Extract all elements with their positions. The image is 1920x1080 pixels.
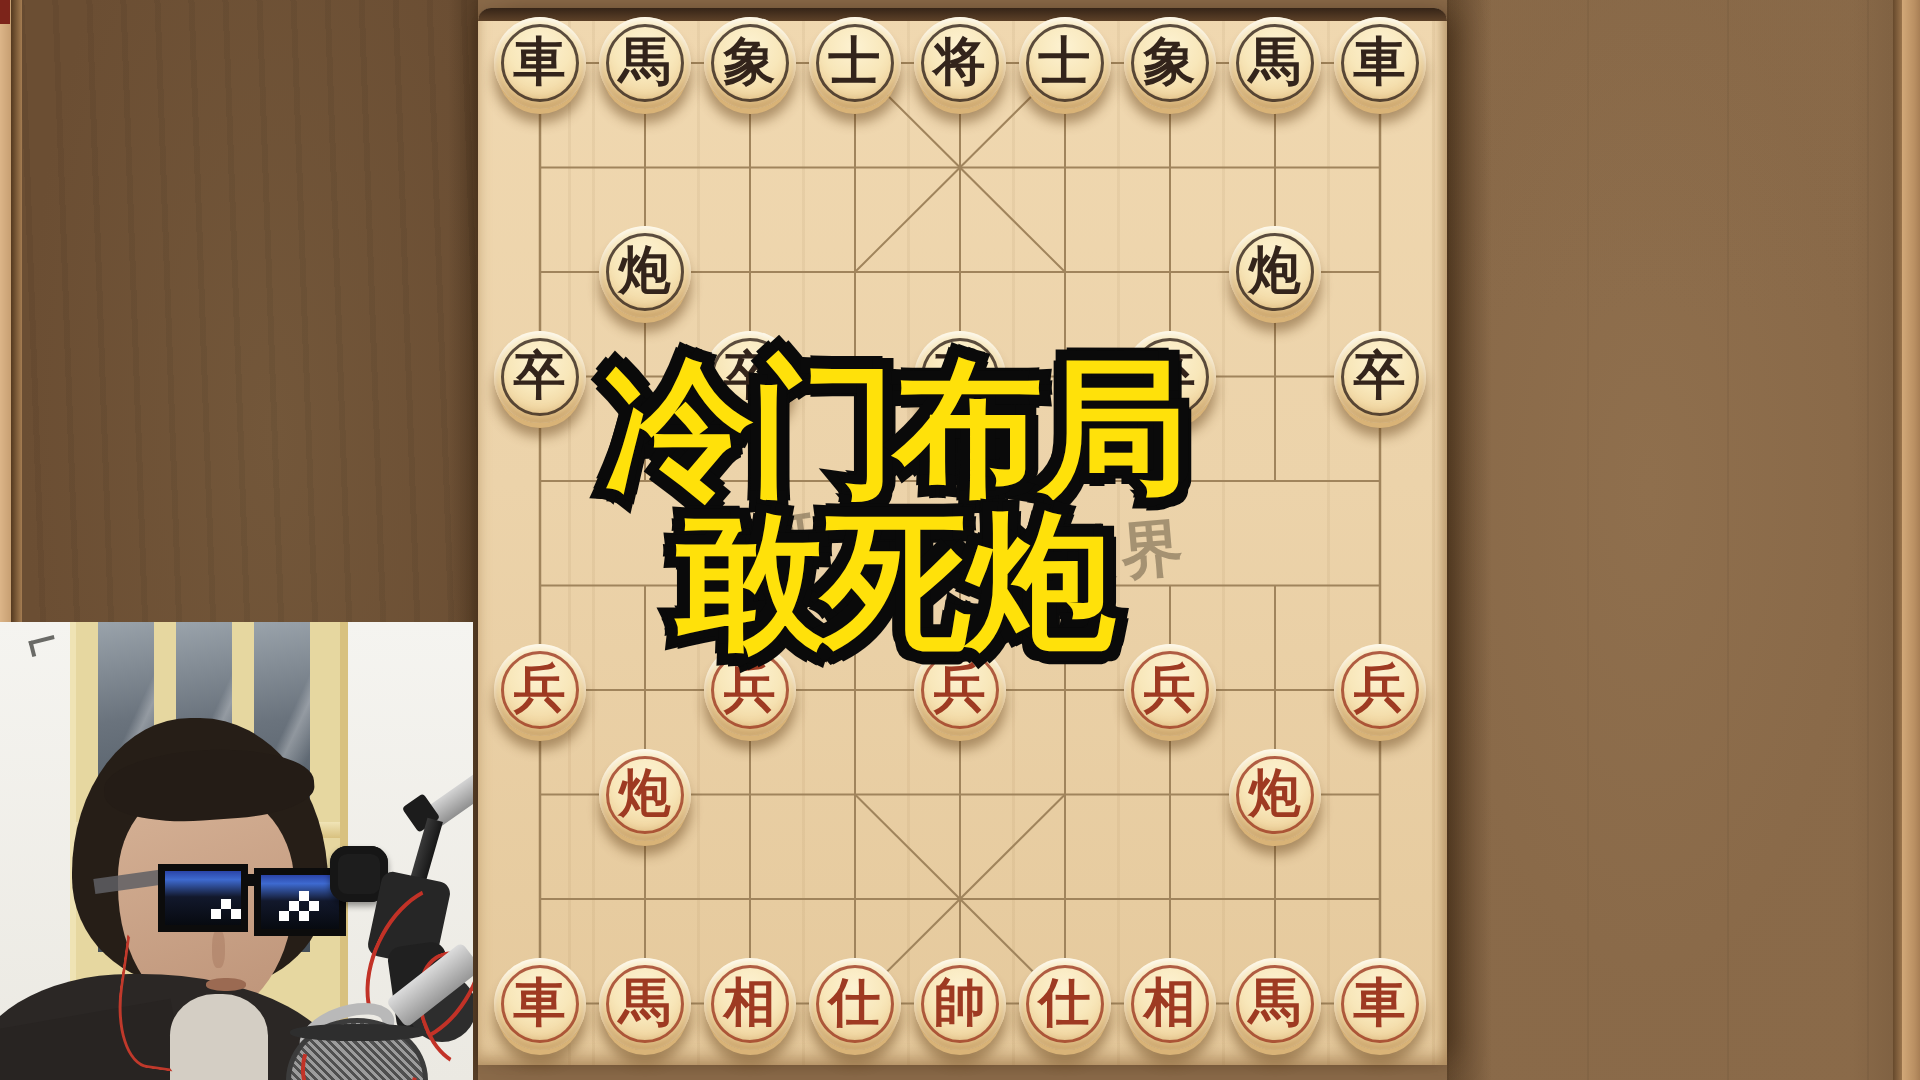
piece-glyph: 仕: [1039, 977, 1091, 1029]
piece-glyph: 士: [829, 36, 881, 88]
piece-black-elephant[interactable]: 象: [1124, 17, 1216, 109]
piece-glyph: 士: [1039, 36, 1091, 88]
piece-glyph: 馬: [1249, 977, 1301, 1029]
piece-red-chariot[interactable]: 車: [494, 958, 586, 1050]
piece-glyph: 象: [724, 36, 776, 88]
piece-glyph: 兵: [934, 663, 986, 715]
piece-black-advisor[interactable]: 士: [1019, 17, 1111, 109]
piece-glyph: 車: [1354, 977, 1406, 1029]
piece-black-cannon[interactable]: 炮: [1229, 226, 1321, 318]
right-wood-panel: [1447, 0, 1897, 1080]
piece-red-advisor[interactable]: 仕: [1019, 958, 1111, 1050]
piece-red-cannon[interactable]: 炮: [599, 749, 691, 841]
piece-glyph: 相: [724, 977, 776, 1029]
piece-glyph: 仕: [829, 977, 881, 1029]
piece-glyph: 車: [514, 977, 566, 1029]
piece-glyph: 兵: [724, 663, 776, 715]
piece-red-cannon[interactable]: 炮: [1229, 749, 1321, 841]
pixel-checker-icon: [279, 911, 289, 921]
piece-red-soldier[interactable]: 兵: [1124, 644, 1216, 736]
piece-glyph: 馬: [1249, 36, 1301, 88]
wall-hook: [28, 635, 57, 657]
piece-glyph: 炮: [619, 245, 671, 297]
piece-red-chariot[interactable]: 車: [1334, 958, 1426, 1050]
piece-glyph: 車: [514, 36, 566, 88]
piece-black-soldier[interactable]: 卒: [494, 331, 586, 423]
piece-glyph: 象: [1144, 36, 1196, 88]
video-caption: 冷门布局 敢死炮: [604, 352, 1184, 658]
piece-glyph: 卒: [514, 350, 566, 402]
caption-line-1: 冷门布局: [604, 352, 1184, 505]
pixel-sunglasses-left-lens: [158, 864, 248, 932]
piece-red-horse[interactable]: 馬: [599, 958, 691, 1050]
webcam-overlay: [0, 622, 473, 1080]
right-wall-strip: [1902, 0, 1920, 1080]
piece-glyph: 卒: [1354, 350, 1406, 402]
piece-glyph: 兵: [1144, 663, 1196, 715]
piece-glyph: 炮: [1249, 245, 1301, 297]
piece-black-horse[interactable]: 馬: [599, 17, 691, 109]
piece-red-elephant[interactable]: 相: [1124, 958, 1216, 1050]
piece-glyph: 兵: [514, 663, 566, 715]
piece-glyph: 馬: [619, 977, 671, 1029]
piece-red-horse[interactable]: 馬: [1229, 958, 1321, 1050]
piece-black-chariot[interactable]: 車: [494, 17, 586, 109]
corner-sliver: [0, 0, 10, 24]
sunglasses-bridge: [244, 874, 258, 886]
video-frame: 楚河 漢界 車馬象士将士象馬車炮炮卒卒卒卒卒兵兵兵兵兵炮炮車馬相仕帥仕相馬車 冷…: [0, 0, 1920, 1080]
pixel-checker-icon: [211, 909, 221, 919]
piece-glyph: 車: [1354, 36, 1406, 88]
piece-black-advisor[interactable]: 士: [809, 17, 901, 109]
piece-red-elephant[interactable]: 相: [704, 958, 796, 1050]
piece-glyph: 帥: [934, 977, 986, 1029]
nose-shadow: [212, 930, 225, 968]
piece-black-chariot[interactable]: 車: [1334, 17, 1426, 109]
right-panel-seam: [1893, 0, 1902, 1080]
streamer-mouth: [206, 978, 246, 991]
piece-glyph: 炮: [619, 768, 671, 820]
piece-glyph: 兵: [1354, 663, 1406, 715]
piece-glyph: 馬: [619, 36, 671, 88]
piece-glyph: 相: [1144, 977, 1196, 1029]
piece-red-general[interactable]: 帥: [914, 958, 1006, 1050]
piece-black-horse[interactable]: 馬: [1229, 17, 1321, 109]
piece-glyph: 炮: [1249, 768, 1301, 820]
streamer-sweater: [170, 994, 268, 1080]
caption-line-2: 敢死炮: [604, 505, 1184, 658]
piece-glyph: 将: [934, 36, 986, 88]
piece-black-cannon[interactable]: 炮: [599, 226, 691, 318]
piece-black-soldier[interactable]: 卒: [1334, 331, 1426, 423]
piece-black-elephant[interactable]: 象: [704, 17, 796, 109]
piece-black-general[interactable]: 将: [914, 17, 1006, 109]
piece-red-advisor[interactable]: 仕: [809, 958, 901, 1050]
piece-red-soldier[interactable]: 兵: [1334, 644, 1426, 736]
piece-red-soldier[interactable]: 兵: [494, 644, 586, 736]
